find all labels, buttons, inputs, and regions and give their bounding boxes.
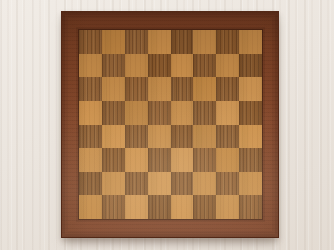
board-square[interactable] <box>193 195 216 219</box>
board-square[interactable] <box>171 195 194 219</box>
board-square[interactable] <box>193 148 216 172</box>
board-square[interactable] <box>125 172 148 196</box>
board-square[interactable] <box>171 148 194 172</box>
board-square[interactable] <box>239 30 262 54</box>
board-square[interactable] <box>216 77 239 101</box>
board-square[interactable] <box>79 195 102 219</box>
board-square[interactable] <box>216 101 239 125</box>
board-square[interactable] <box>148 54 171 78</box>
board-square[interactable] <box>79 172 102 196</box>
board-square[interactable] <box>148 30 171 54</box>
board-square[interactable] <box>216 172 239 196</box>
board-square[interactable] <box>148 195 171 219</box>
board-square[interactable] <box>148 125 171 149</box>
table-background <box>0 0 334 250</box>
board-square[interactable] <box>193 77 216 101</box>
board-square[interactable] <box>102 125 125 149</box>
board-square[interactable] <box>125 125 148 149</box>
board-square[interactable] <box>148 172 171 196</box>
board-square[interactable] <box>125 148 148 172</box>
board-square[interactable] <box>79 77 102 101</box>
board-square[interactable] <box>102 30 125 54</box>
board-square[interactable] <box>102 101 125 125</box>
board-square[interactable] <box>193 30 216 54</box>
board-square[interactable] <box>171 30 194 54</box>
board-square[interactable] <box>79 148 102 172</box>
board-square[interactable] <box>148 148 171 172</box>
board-square[interactable] <box>171 77 194 101</box>
board-square[interactable] <box>79 54 102 78</box>
board-square[interactable] <box>216 148 239 172</box>
board-square[interactable] <box>239 77 262 101</box>
board-square[interactable] <box>239 148 262 172</box>
board-square[interactable] <box>102 195 125 219</box>
board-square[interactable] <box>125 101 148 125</box>
board-square[interactable] <box>239 125 262 149</box>
board-square[interactable] <box>79 101 102 125</box>
board-square[interactable] <box>171 54 194 78</box>
board-square[interactable] <box>171 172 194 196</box>
board-square[interactable] <box>148 101 171 125</box>
board-square[interactable] <box>79 30 102 54</box>
board-square[interactable] <box>102 54 125 78</box>
board-square[interactable] <box>102 148 125 172</box>
board-square[interactable] <box>125 54 148 78</box>
board-square[interactable] <box>216 125 239 149</box>
board-square[interactable] <box>148 77 171 101</box>
board-square[interactable] <box>193 101 216 125</box>
board-square[interactable] <box>216 30 239 54</box>
board-square[interactable] <box>171 101 194 125</box>
board-grid <box>79 30 262 219</box>
board-square[interactable] <box>239 54 262 78</box>
board-square[interactable] <box>193 125 216 149</box>
board-square[interactable] <box>216 195 239 219</box>
board-square[interactable] <box>239 101 262 125</box>
board-square[interactable] <box>125 77 148 101</box>
board-square[interactable] <box>216 54 239 78</box>
chess-board <box>61 11 279 238</box>
board-square[interactable] <box>239 195 262 219</box>
board-square[interactable] <box>125 195 148 219</box>
board-square[interactable] <box>102 77 125 101</box>
board-square[interactable] <box>171 125 194 149</box>
board-square[interactable] <box>79 125 102 149</box>
board-square[interactable] <box>125 30 148 54</box>
board-square[interactable] <box>193 54 216 78</box>
board-square[interactable] <box>102 172 125 196</box>
board-square[interactable] <box>239 172 262 196</box>
board-square[interactable] <box>193 172 216 196</box>
